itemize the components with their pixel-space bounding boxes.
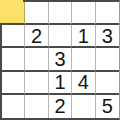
cell-r4c3[interactable]: 1 bbox=[49, 72, 72, 95]
cell-r4c2[interactable] bbox=[25, 72, 48, 95]
cell-r3c3[interactable]: 3 bbox=[49, 48, 72, 71]
cell-r2c2[interactable]: 2 bbox=[25, 25, 48, 48]
cell-r3c2[interactable] bbox=[25, 48, 48, 71]
cell-r5c1[interactable] bbox=[2, 95, 25, 118]
cell-r1c1[interactable] bbox=[2, 2, 25, 25]
cell-r1c3[interactable] bbox=[49, 2, 72, 25]
cell-r3c5[interactable] bbox=[96, 48, 119, 71]
cell-r2c3[interactable] bbox=[49, 25, 72, 48]
cell-r2c4[interactable]: 1 bbox=[72, 25, 95, 48]
puzzle-board: 21331425 bbox=[0, 0, 120, 120]
cell-r1c2[interactable] bbox=[25, 2, 48, 25]
cell-r2c5[interactable]: 3 bbox=[96, 25, 119, 48]
cell-r3c4[interactable] bbox=[72, 48, 95, 71]
cell-r5c5[interactable]: 5 bbox=[96, 95, 119, 118]
cell-r5c2[interactable] bbox=[25, 95, 48, 118]
cell-r4c5[interactable] bbox=[96, 72, 119, 95]
cell-r4c1[interactable] bbox=[2, 72, 25, 95]
cell-r5c4[interactable] bbox=[72, 95, 95, 118]
cell-r1c5[interactable] bbox=[96, 2, 119, 25]
cell-r2c1[interactable] bbox=[2, 25, 25, 48]
cell-r4c4[interactable]: 4 bbox=[72, 72, 95, 95]
cell-r5c3[interactable]: 2 bbox=[49, 95, 72, 118]
cell-r1c4[interactable] bbox=[72, 2, 95, 25]
cell-r3c1[interactable] bbox=[2, 48, 25, 71]
